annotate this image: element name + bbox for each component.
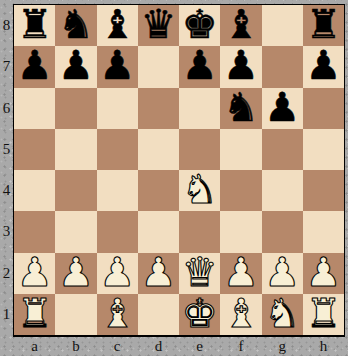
file-labels: abcdefgh xyxy=(14,337,344,355)
rank-label-5: 5 xyxy=(0,129,13,170)
black-knight-f6[interactable]: ♞ xyxy=(223,88,259,127)
white-pawn-g2[interactable]: ♟ xyxy=(264,253,300,292)
square-d7[interactable] xyxy=(138,46,179,87)
black-pawn-g6[interactable]: ♟ xyxy=(264,88,300,127)
white-pawn-d2[interactable]: ♟ xyxy=(140,253,176,292)
square-a6[interactable] xyxy=(14,88,55,129)
square-c3[interactable] xyxy=(97,211,138,252)
square-f1[interactable]: ♝ xyxy=(220,294,261,335)
rank-label-2: 2 xyxy=(0,253,13,294)
square-h8[interactable]: ♜ xyxy=(303,5,344,46)
square-b8[interactable]: ♞ xyxy=(55,5,96,46)
square-d3[interactable] xyxy=(138,211,179,252)
square-c7[interactable]: ♟ xyxy=(97,46,138,87)
white-pawn-a2[interactable]: ♟ xyxy=(17,253,53,292)
rank-label-4: 4 xyxy=(0,170,13,211)
file-label-c: c xyxy=(97,337,138,355)
square-c8[interactable]: ♝ xyxy=(97,5,138,46)
square-a1[interactable]: ♜ xyxy=(14,294,55,335)
black-bishop-f8[interactable]: ♝ xyxy=(223,5,259,44)
black-king-e8[interactable]: ♚ xyxy=(182,5,218,44)
square-e1[interactable]: ♚ xyxy=(179,294,220,335)
white-knight-g1[interactable]: ♞ xyxy=(264,294,300,333)
black-pawn-a7[interactable]: ♟ xyxy=(17,46,53,85)
black-rook-h8[interactable]: ♜ xyxy=(305,5,341,44)
black-queen-d8[interactable]: ♛ xyxy=(140,5,176,44)
black-knight-b8[interactable]: ♞ xyxy=(58,5,94,44)
black-pawn-f7[interactable]: ♟ xyxy=(223,46,259,85)
black-rook-a8[interactable]: ♜ xyxy=(17,5,53,44)
square-h1[interactable]: ♜ xyxy=(303,294,344,335)
square-f2[interactable]: ♟ xyxy=(220,253,261,294)
square-g4[interactable] xyxy=(262,170,303,211)
square-g5[interactable] xyxy=(262,129,303,170)
square-a4[interactable] xyxy=(14,170,55,211)
white-rook-h1[interactable]: ♜ xyxy=(305,294,341,333)
file-label-h: h xyxy=(303,337,344,355)
square-d5[interactable] xyxy=(138,129,179,170)
square-a7[interactable]: ♟ xyxy=(14,46,55,87)
white-bishop-f1[interactable]: ♝ xyxy=(223,294,259,333)
square-g3[interactable] xyxy=(262,211,303,252)
square-e5[interactable] xyxy=(179,129,220,170)
square-f6[interactable]: ♞ xyxy=(220,88,261,129)
rank-label-8: 8 xyxy=(0,5,13,46)
file-label-d: d xyxy=(138,337,179,355)
square-b1[interactable] xyxy=(55,294,96,335)
square-h7[interactable]: ♟ xyxy=(303,46,344,87)
chess-board[interactable]: ♜♞♝♛♚♝♜♟♟♟♟♟♟♞♟♞♟♟♟♟♛♟♟♟♜♝♚♝♞♜ xyxy=(13,4,345,337)
square-a3[interactable] xyxy=(14,211,55,252)
file-label-g: g xyxy=(262,337,303,355)
white-king-e1[interactable]: ♚ xyxy=(182,294,218,333)
square-d6[interactable] xyxy=(138,88,179,129)
square-h4[interactable] xyxy=(303,170,344,211)
square-c1[interactable]: ♝ xyxy=(97,294,138,335)
square-e2[interactable]: ♛ xyxy=(179,253,220,294)
square-h6[interactable] xyxy=(303,88,344,129)
square-e6[interactable] xyxy=(179,88,220,129)
square-c4[interactable] xyxy=(97,170,138,211)
square-h5[interactable] xyxy=(303,129,344,170)
square-d8[interactable]: ♛ xyxy=(138,5,179,46)
square-c5[interactable] xyxy=(97,129,138,170)
square-g7[interactable] xyxy=(262,46,303,87)
square-f3[interactable] xyxy=(220,211,261,252)
white-pawn-h2[interactable]: ♟ xyxy=(305,253,341,292)
square-c6[interactable] xyxy=(97,88,138,129)
square-b4[interactable] xyxy=(55,170,96,211)
square-b6[interactable] xyxy=(55,88,96,129)
square-e4[interactable]: ♞ xyxy=(179,170,220,211)
square-e3[interactable] xyxy=(179,211,220,252)
white-rook-a1[interactable]: ♜ xyxy=(17,294,53,333)
file-label-b: b xyxy=(55,337,96,355)
white-pawn-b2[interactable]: ♟ xyxy=(58,253,94,292)
file-label-a: a xyxy=(14,337,55,355)
rank-label-3: 3 xyxy=(0,211,13,252)
white-knight-e4[interactable]: ♞ xyxy=(182,170,218,209)
square-f5[interactable] xyxy=(220,129,261,170)
black-pawn-b7[interactable]: ♟ xyxy=(58,46,94,85)
square-c2[interactable]: ♟ xyxy=(97,253,138,294)
square-e8[interactable]: ♚ xyxy=(179,5,220,46)
rank-labels: 87654321 xyxy=(0,5,13,335)
square-f4[interactable] xyxy=(220,170,261,211)
white-bishop-c1[interactable]: ♝ xyxy=(99,294,135,333)
square-d1[interactable] xyxy=(138,294,179,335)
square-g8[interactable] xyxy=(262,5,303,46)
rank-label-1: 1 xyxy=(0,294,13,335)
square-b7[interactable]: ♟ xyxy=(55,46,96,87)
square-f7[interactable]: ♟ xyxy=(220,46,261,87)
square-b3[interactable] xyxy=(55,211,96,252)
square-g2[interactable]: ♟ xyxy=(262,253,303,294)
black-pawn-h7[interactable]: ♟ xyxy=(305,46,341,85)
square-e7[interactable]: ♟ xyxy=(179,46,220,87)
square-h3[interactable] xyxy=(303,211,344,252)
file-label-f: f xyxy=(220,337,261,355)
white-queen-e2[interactable]: ♛ xyxy=(182,253,218,292)
square-a2[interactable]: ♟ xyxy=(14,253,55,294)
square-h2[interactable]: ♟ xyxy=(303,253,344,294)
square-f8[interactable]: ♝ xyxy=(220,5,261,46)
rank-label-7: 7 xyxy=(0,46,13,87)
black-pawn-e7[interactable]: ♟ xyxy=(182,46,218,85)
square-d2[interactable]: ♟ xyxy=(138,253,179,294)
white-pawn-f2[interactable]: ♟ xyxy=(223,253,259,292)
black-pawn-c7[interactable]: ♟ xyxy=(99,46,135,85)
white-pawn-c2[interactable]: ♟ xyxy=(99,253,135,292)
square-b2[interactable]: ♟ xyxy=(55,253,96,294)
square-a5[interactable] xyxy=(14,129,55,170)
square-a8[interactable]: ♜ xyxy=(14,5,55,46)
black-bishop-c8[interactable]: ♝ xyxy=(99,5,135,44)
square-b5[interactable] xyxy=(55,129,96,170)
square-g1[interactable]: ♞ xyxy=(262,294,303,335)
board-frame: 87654321 ♜♞♝♛♚♝♜♟♟♟♟♟♟♞♟♞♟♟♟♟♛♟♟♟♜♝♚♝♞♜ … xyxy=(0,0,348,356)
file-label-e: e xyxy=(179,337,220,355)
square-d4[interactable] xyxy=(138,170,179,211)
square-g6[interactable]: ♟ xyxy=(262,88,303,129)
rank-label-6: 6 xyxy=(0,88,13,129)
